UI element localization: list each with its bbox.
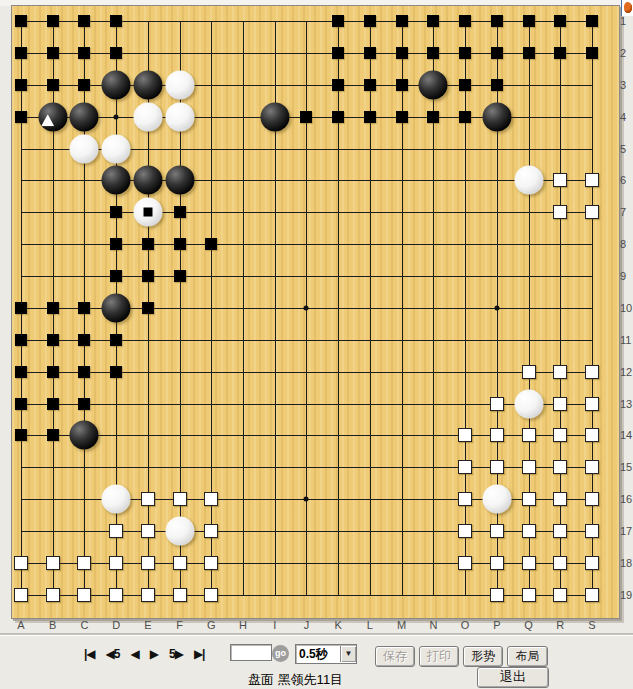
black-territory-marker — [332, 79, 344, 91]
white-stone — [165, 517, 194, 546]
black-stone — [70, 102, 99, 131]
black-territory-marker — [459, 79, 471, 91]
column-letter: S — [588, 619, 595, 631]
white-territory-marker — [585, 524, 599, 538]
white-territory-marker — [585, 556, 599, 570]
row-number: 4 — [620, 111, 626, 123]
white-territory-marker — [585, 460, 599, 474]
row-number: 13 — [620, 398, 632, 410]
white-territory-marker — [173, 588, 187, 602]
grid-line — [21, 435, 593, 436]
grid-line — [529, 21, 530, 596]
white-territory-marker — [553, 173, 567, 187]
black-territory-marker — [364, 15, 376, 27]
white-territory-marker — [522, 556, 536, 570]
row-number: 6 — [620, 174, 626, 186]
white-territory-marker — [109, 588, 123, 602]
black-territory-marker — [15, 429, 27, 441]
white-territory-marker — [458, 524, 472, 538]
white-territory-marker — [14, 588, 28, 602]
white-territory-marker — [490, 524, 504, 538]
grid-line — [433, 21, 434, 596]
white-territory-marker — [553, 205, 567, 219]
black-stone — [419, 70, 448, 99]
black-territory-marker — [15, 47, 27, 59]
column-letter: O — [461, 619, 470, 631]
white-stone — [133, 102, 162, 131]
black-territory-marker — [364, 47, 376, 59]
black-territory-marker — [523, 15, 535, 27]
white-territory-marker — [585, 428, 599, 442]
white-territory-marker — [204, 556, 218, 570]
white-territory-marker — [490, 460, 504, 474]
dead-stone-marker-icon — [143, 208, 152, 217]
black-territory-marker — [491, 79, 503, 91]
white-territory-marker — [553, 428, 567, 442]
black-territory-marker — [364, 79, 376, 91]
white-territory-marker — [141, 588, 155, 602]
black-territory-marker — [174, 206, 186, 218]
black-stone — [70, 421, 99, 450]
white-stone — [165, 70, 194, 99]
white-territory-marker — [585, 588, 599, 602]
row-number: 1 — [620, 15, 626, 27]
white-territory-marker — [585, 397, 599, 411]
grid-line — [21, 563, 593, 564]
white-territory-marker — [585, 173, 599, 187]
row-number: 14 — [620, 429, 632, 441]
chevron-down-icon[interactable]: ▼ — [340, 646, 356, 662]
triangle-marker-icon — [41, 114, 54, 126]
row-number: 3 — [620, 79, 626, 91]
black-territory-marker — [110, 270, 122, 282]
black-territory-marker — [174, 270, 186, 282]
white-territory-marker — [553, 524, 567, 538]
white-territory-marker — [141, 524, 155, 538]
row-number: 9 — [620, 270, 626, 282]
white-territory-marker — [553, 588, 567, 602]
row-number: 8 — [620, 238, 626, 250]
column-letter: N — [429, 619, 437, 631]
go-button[interactable]: go — [272, 645, 289, 662]
black-territory-marker — [554, 15, 566, 27]
exit-button[interactable]: 退出 — [477, 667, 549, 688]
white-stone — [482, 485, 511, 514]
white-territory-marker — [46, 556, 60, 570]
column-letter: A — [17, 619, 24, 631]
black-territory-marker — [491, 47, 503, 59]
white-stone — [102, 485, 131, 514]
black-territory-marker — [491, 15, 503, 27]
nav-back-button[interactable]: ◀ — [131, 647, 139, 661]
corner-app-icon — [621, 0, 633, 16]
black-territory-marker — [396, 47, 408, 59]
column-letter: M — [397, 619, 406, 631]
black-territory-marker — [396, 111, 408, 123]
star-point — [304, 497, 309, 502]
column-letter: L — [367, 619, 373, 631]
column-letter: I — [273, 619, 276, 631]
black-territory-marker — [47, 366, 59, 378]
orange-logo-icon — [624, 2, 632, 13]
row-number: 11 — [620, 334, 631, 346]
row-number: 7 — [620, 206, 626, 218]
white-territory-marker — [173, 556, 187, 570]
black-territory-marker — [110, 206, 122, 218]
white-stone — [514, 389, 543, 418]
black-territory-marker — [332, 15, 344, 27]
column-letter: B — [49, 619, 56, 631]
white-territory-marker — [490, 397, 504, 411]
black-territory-marker — [396, 79, 408, 91]
black-territory-marker — [110, 366, 122, 378]
delay-select[interactable]: 0.5秒 ▼ — [295, 644, 357, 664]
white-territory-marker — [553, 492, 567, 506]
column-letter: E — [144, 619, 151, 631]
grid-line — [560, 21, 561, 596]
nav-forward5-button[interactable]: 5▶ — [169, 647, 183, 661]
white-territory-marker — [141, 492, 155, 506]
white-territory-marker — [77, 588, 91, 602]
grid-line — [465, 21, 466, 596]
white-territory-marker — [14, 556, 28, 570]
column-letter: K — [335, 619, 342, 631]
white-stone — [514, 166, 543, 195]
white-territory-marker — [458, 460, 472, 474]
white-territory-marker — [522, 428, 536, 442]
black-territory-marker — [78, 366, 90, 378]
star-point — [304, 305, 309, 310]
black-territory-marker — [110, 15, 122, 27]
white-territory-marker — [522, 524, 536, 538]
black-stone — [102, 70, 131, 99]
grid-line — [21, 595, 593, 596]
black-territory-marker — [78, 79, 90, 91]
black-territory-marker — [459, 47, 471, 59]
black-territory-marker — [47, 15, 59, 27]
star-point — [494, 305, 499, 310]
black-territory-marker — [47, 47, 59, 59]
grid-line — [21, 404, 593, 405]
white-territory-marker — [109, 556, 123, 570]
white-territory-marker — [585, 365, 599, 379]
black-territory-marker — [396, 15, 408, 27]
white-territory-marker — [553, 556, 567, 570]
white-territory-marker — [585, 492, 599, 506]
black-territory-marker — [427, 111, 439, 123]
white-stone — [165, 102, 194, 131]
black-stone — [165, 166, 194, 195]
white-territory-marker — [490, 556, 504, 570]
black-territory-marker — [332, 111, 344, 123]
print-button: 打印 — [419, 646, 459, 667]
black-territory-marker — [427, 47, 439, 59]
star-point — [114, 114, 119, 119]
grid-line — [21, 340, 593, 341]
white-territory-marker — [522, 365, 536, 379]
column-letter: Q — [524, 619, 533, 631]
column-letter: C — [80, 619, 88, 631]
white-stone — [102, 134, 131, 163]
black-territory-marker — [47, 79, 59, 91]
row-number: 10 — [620, 302, 632, 314]
white-territory-marker — [46, 588, 60, 602]
black-stone — [482, 102, 511, 131]
row-number: 2 — [620, 47, 626, 59]
status-text: 盘面 黑领先11目 — [248, 671, 343, 689]
white-territory-marker — [204, 588, 218, 602]
black-territory-marker — [300, 111, 312, 123]
black-stone — [260, 102, 289, 131]
white-territory-marker — [458, 492, 472, 506]
black-territory-marker — [332, 47, 344, 59]
black-territory-marker — [78, 398, 90, 410]
column-letter: H — [239, 619, 247, 631]
white-territory-marker — [490, 588, 504, 602]
black-territory-marker — [47, 398, 59, 410]
nav-back5-button[interactable]: ◀5 — [106, 647, 120, 661]
black-territory-marker — [110, 238, 122, 250]
white-territory-marker — [204, 492, 218, 506]
nav-first-button[interactable]: |◀ — [84, 647, 95, 661]
row-number: 17 — [620, 525, 632, 537]
grid-line — [402, 21, 403, 596]
black-territory-marker — [47, 429, 59, 441]
black-territory-marker — [142, 270, 154, 282]
black-territory-marker — [78, 302, 90, 314]
black-territory-marker — [586, 15, 598, 27]
black-territory-marker — [47, 334, 59, 346]
save-button: 保存 — [375, 646, 415, 667]
grid-line — [338, 21, 339, 596]
nav-buttons: |◀◀5◀▶5▶▶| — [84, 647, 204, 661]
black-territory-marker — [427, 15, 439, 27]
white-territory-marker — [77, 556, 91, 570]
grid-line — [21, 531, 593, 532]
black-stone — [133, 166, 162, 195]
column-letter: G — [207, 619, 216, 631]
white-territory-marker — [553, 460, 567, 474]
black-territory-marker — [15, 79, 27, 91]
delay-select-value: 0.5秒 — [296, 646, 340, 663]
column-letter: J — [304, 619, 310, 631]
black-territory-marker — [15, 366, 27, 378]
white-territory-marker — [204, 524, 218, 538]
black-territory-marker — [174, 238, 186, 250]
black-stone — [102, 166, 131, 195]
white-territory-marker — [553, 365, 567, 379]
column-letter: D — [112, 619, 120, 631]
black-territory-marker — [459, 15, 471, 27]
situation-button[interactable]: 形势 — [463, 646, 503, 667]
black-territory-marker — [364, 111, 376, 123]
layout-button[interactable]: 布局 — [507, 646, 548, 667]
white-stone — [133, 198, 162, 227]
black-stone — [102, 293, 131, 322]
white-territory-marker — [585, 205, 599, 219]
black-territory-marker — [554, 47, 566, 59]
white-territory-marker — [458, 428, 472, 442]
black-territory-marker — [523, 47, 535, 59]
black-territory-marker — [78, 15, 90, 27]
grid-line — [21, 467, 593, 468]
white-territory-marker — [522, 588, 536, 602]
black-territory-marker — [586, 47, 598, 59]
black-stone — [38, 102, 67, 131]
black-territory-marker — [15, 398, 27, 410]
column-letter: F — [176, 619, 183, 631]
white-territory-marker — [109, 524, 123, 538]
go-app-window: ABCDEFGHIJKLMNOPQRS123456789101112131415… — [0, 0, 633, 689]
black-territory-marker — [15, 15, 27, 27]
white-territory-marker — [553, 397, 567, 411]
white-territory-marker — [522, 460, 536, 474]
nav-last-button[interactable]: ▶| — [194, 647, 205, 661]
column-letter: R — [556, 619, 564, 631]
grid-line — [370, 21, 371, 596]
black-territory-marker — [110, 334, 122, 346]
row-number: 12 — [620, 366, 632, 378]
black-territory-marker — [15, 302, 27, 314]
nav-forward-button[interactable]: ▶ — [150, 647, 158, 661]
white-stone — [70, 134, 99, 163]
grid-line — [21, 372, 593, 373]
black-territory-marker — [78, 334, 90, 346]
row-number: 15 — [620, 461, 632, 473]
black-territory-marker — [78, 47, 90, 59]
black-territory-marker — [47, 302, 59, 314]
black-territory-marker — [142, 238, 154, 250]
white-territory-marker — [458, 556, 472, 570]
row-number: 16 — [620, 493, 632, 505]
white-territory-marker — [141, 556, 155, 570]
black-stone — [133, 70, 162, 99]
column-letter: P — [493, 619, 500, 631]
move-number-input[interactable] — [230, 644, 272, 661]
white-territory-marker — [522, 492, 536, 506]
row-number: 5 — [620, 143, 626, 155]
white-territory-marker — [490, 428, 504, 442]
separator-line — [0, 633, 633, 636]
black-territory-marker — [459, 111, 471, 123]
grid-line — [592, 21, 593, 596]
black-territory-marker — [110, 47, 122, 59]
row-number: 18 — [620, 557, 632, 569]
black-territory-marker — [15, 111, 27, 123]
white-territory-marker — [173, 492, 187, 506]
black-territory-marker — [142, 302, 154, 314]
black-territory-marker — [205, 238, 217, 250]
go-board[interactable] — [11, 5, 620, 619]
black-territory-marker — [15, 334, 27, 346]
row-number: 19 — [620, 589, 632, 601]
